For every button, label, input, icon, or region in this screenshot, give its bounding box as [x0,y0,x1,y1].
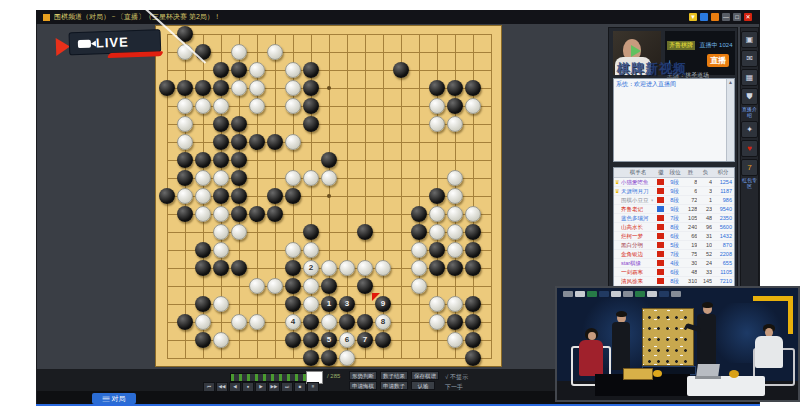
white-stone: 8 [375,314,391,330]
white-stone [411,278,427,294]
player-rank: 9段 [667,206,683,213]
losses: 10 [697,242,712,248]
flag-badge [655,269,667,275]
black-stone [231,116,247,132]
commentator-left-body [612,322,630,370]
flag-badge [655,206,667,212]
wins: 48 [682,269,697,275]
black-stone [177,152,193,168]
points: 1254 [712,179,734,185]
grid-icon[interactable]: ▦ [741,69,758,86]
white-stone [213,224,229,240]
page: 围棋频道（对局）－〔直播〕（三星杯决赛 第2局）！ ▼—□✕ 213948567… [0,0,800,410]
player-rank: 5段 [667,242,683,249]
black-stone [429,188,445,204]
table-row[interactable]: 围棋小豆豆 ♀8段721986 [614,196,734,205]
play-icon[interactable] [631,45,641,57]
black-stone [285,188,301,204]
table-row[interactable]: 金角银边7段75522208 [614,250,734,259]
player-name[interactable]: 围棋小豆豆 ♀ [621,197,655,204]
table-row[interactable]: 山高水长8段240965600 [614,223,734,232]
window-controls: ▼—□✕ [689,13,752,21]
black-stone [195,296,211,312]
white-stone [321,260,337,276]
guest-right-shirt [755,336,783,368]
losses: 4 [697,179,712,185]
black-stone [195,80,211,96]
points: 655 [712,260,734,266]
guest-left-face [588,332,596,340]
black-stone [321,350,337,366]
score-chip [635,291,645,297]
player-name[interactable]: 小猫爱吃鱼 [621,179,655,186]
black-stone [357,224,373,240]
white-stone [213,98,229,114]
losses: 33 [697,269,712,275]
white-stone [447,170,463,186]
losses: 3 [697,188,712,194]
losses: 48 [697,215,712,221]
white-stone [447,116,463,132]
black-stone [267,206,283,222]
wins: 66 [682,233,697,239]
white-stone: 6 [339,332,355,348]
close-button[interactable]: ✕ [744,13,752,21]
table-row[interactable]: ♛天涯明月刀9段631187 [614,187,734,196]
white-stone [429,224,445,240]
black-stone: 7 [357,332,373,348]
black-stone [303,80,319,96]
white-stone [303,170,319,186]
laptop-base [695,376,721,379]
chat-message: 系统：欢迎进入直播间 [614,79,734,90]
yellow-frame [788,296,793,334]
move-number: 4 [291,318,295,326]
points: 2350 [712,215,734,221]
white-stone [213,296,229,312]
black-stone [447,80,463,96]
game-tab[interactable]: ▤ 对局 [92,393,136,404]
resign-button[interactable]: 认输 [411,381,435,390]
table-row[interactable]: 齐鲁老记9段128239540 [614,205,734,214]
player-rank: 4段 [667,260,683,267]
crown-icon: ♛ [614,179,621,185]
white-stone [357,260,373,276]
black-stone [465,296,481,312]
white-stone [285,80,301,96]
star-icon[interactable]: ✦ [741,121,758,138]
black-stone [465,80,481,96]
black-stone [267,188,283,204]
white-stone [213,332,229,348]
white-stone [303,278,319,294]
white-stone [285,134,301,150]
white-stone [249,314,265,330]
table-row[interactable]: 一剑霜寒6段48331105 [614,268,734,277]
player-name[interactable]: 黑白分明 [621,242,655,249]
flag-badge [655,197,667,203]
white-stone [285,62,301,78]
black-stone [303,224,319,240]
black-stone [303,314,319,330]
score-strip [563,291,681,297]
black-stone [465,242,481,258]
white-stone [447,224,463,240]
white-stone [429,296,445,312]
star-point [327,194,331,198]
window-bottom-edge [36,404,760,406]
live-badge: LIVE [56,29,167,63]
star-point [327,86,331,90]
score-chip [575,291,585,297]
white-stone [267,278,283,294]
white-stone [177,98,193,114]
white-stone [285,98,301,114]
move-number: 3 [345,300,349,308]
table-row[interactable]: 烂柯一梦6段66311432 [614,232,734,241]
black-stone [465,332,481,348]
white-stone [339,260,355,276]
menu-arrow-button[interactable]: ▼ [689,13,697,21]
white-stone [249,62,265,78]
move-slider[interactable] [230,373,308,382]
wins: 105 [682,215,697,221]
black-stone: 5 [321,332,337,348]
black-stone [231,260,247,276]
black-stone: 9 [375,296,391,312]
points: 1432 [712,233,734,239]
count-request-button[interactable]: 申请数子 [380,381,408,390]
go-board[interactable]: 213948567 [155,25,502,367]
black-stone [231,152,247,168]
losses: 23 [697,206,712,212]
wins: 6 [682,188,697,194]
black-stone [375,332,391,348]
move-number: 7 [363,336,367,344]
player-name[interactable]: 一剑霜寒 [621,269,655,276]
white-stone [303,296,319,312]
wins: 72 [682,197,697,203]
score-chip [659,291,669,297]
white-stone: 4 [285,314,301,330]
black-stone [429,260,445,276]
black-stone [213,188,229,204]
player-name[interactable]: 天涯明月刀 [621,188,655,195]
table-row[interactable]: ♛小猫爱吃鱼9段841254 [614,178,734,187]
wins: 30 [682,260,697,266]
score-chip [647,291,657,297]
black-stone [393,62,409,78]
losses: 1 [697,197,712,203]
score-chip [587,291,597,297]
player-rank: 7段 [667,215,683,222]
black-stone [411,206,427,222]
seven-icon[interactable]: 7 [741,159,758,176]
score-chip [671,291,681,297]
settings-button[interactable] [700,13,708,21]
black-stone [159,188,175,204]
black-stone [429,242,445,258]
player-name[interactable]: star棋缘 [621,260,655,267]
white-stone [429,98,445,114]
black-stone [177,314,193,330]
black-stone [231,206,247,222]
move-number: 2 [309,264,313,272]
points: 7210 [712,278,734,284]
black-stone [303,116,319,132]
app-icon [43,14,50,21]
score-chip [563,291,573,297]
commentator-left-hair [616,311,627,317]
player-rank: 8段 [667,197,683,204]
black-stone [195,242,211,258]
black-stone [285,260,301,276]
chat-box[interactable]: 系统：欢迎进入直播间 [613,78,735,162]
white-stone [249,98,265,114]
player-rank: 8段 [667,224,683,231]
black-stone [213,152,229,168]
black-stone [267,134,283,150]
wins: 19 [682,242,697,248]
white-stone [411,242,427,258]
white-stone [429,314,445,330]
losses: 52 [697,251,712,257]
player-rank: 9段 [667,188,683,195]
black-stone [159,80,175,96]
black-stone [285,278,301,294]
white-stone [177,134,193,150]
wins: 75 [682,251,697,257]
white-stone [231,314,247,330]
white-stone [375,260,391,276]
player-name[interactable]: 齐鲁老记 [621,206,655,213]
white-stone [321,314,337,330]
points: 5600 [712,224,734,230]
move-number: 5 [327,336,331,344]
player-name[interactable]: 烂柯一梦 [621,233,655,240]
white-stone [447,332,463,348]
black-stone [177,206,193,222]
white-table [687,376,765,396]
black-stone [303,350,319,366]
white-stone [285,242,301,258]
live-label: LIVE [96,34,129,50]
go-bowl [653,370,662,377]
player-rank: 7段 [667,251,683,258]
maximize-button[interactable]: □ [733,13,741,21]
player-name[interactable]: 山高水长 [621,224,655,231]
table-goban [623,368,653,380]
table-row[interactable]: star棋缘4段3024655 [614,259,734,268]
black-stone [465,314,481,330]
black-stone [195,152,211,168]
no-prompt-note[interactable]: √ 不提示 [445,373,468,382]
black-stone [249,134,265,150]
player-name[interactable]: 蓝色多瑙河 [621,215,655,222]
losses: 24 [697,260,712,266]
white-stone [195,170,211,186]
white-stone [177,188,193,204]
black-stone [213,62,229,78]
shield-icon-label: 直播介绍 [741,107,758,118]
red-underline [107,51,164,58]
table-row[interactable]: 黑白分明5段1910870 [614,241,734,250]
white-stone [339,350,355,366]
player-rank: 6段 [667,269,683,276]
last-move-marker [372,293,380,301]
white-stone [447,242,463,258]
black-stone [231,188,247,204]
black-stone [447,260,463,276]
white-stone [447,206,463,222]
commentator-right-hair [702,302,713,308]
black-stone [465,260,481,276]
black-stone [285,332,301,348]
white-stone: 2 [303,260,319,276]
black-stone [357,278,373,294]
white-stone [429,116,445,132]
losses: 96 [697,224,712,230]
save-kifu-button[interactable]: 保存棋谱 [411,371,439,380]
black-stone [213,116,229,132]
move-number: 9 [381,300,385,308]
white-stone [249,80,265,96]
white-stone [267,44,283,60]
black-stone [285,296,301,312]
guest-left-red-dress [579,340,603,376]
undo-request-button[interactable]: 申请悔棋 [349,381,377,390]
room-icon[interactable]: ▣ [741,31,758,48]
camera-icon [78,39,91,47]
chat-scrollbar[interactable] [726,79,734,161]
player-name[interactable]: 金角银边 [621,251,655,258]
table-row[interactable]: 清风徐来8段3101457210 [614,277,734,286]
points: 2208 [712,251,734,257]
black-stone [177,80,193,96]
losses: 145 [697,278,712,284]
heart-icon[interactable]: ♥ [741,140,758,157]
black-stone: 1 [321,296,337,312]
points: 986 [712,197,734,203]
player-name[interactable]: 清风徐来 [621,278,655,285]
player-rank: 8段 [667,278,683,285]
mail-icon[interactable]: ✉ [741,50,758,67]
points: 9540 [712,206,734,212]
flag-badge [655,242,667,248]
move-counter: / 285 [327,373,340,379]
losses: 31 [697,233,712,239]
black-stone [465,350,481,366]
black-stone [195,332,211,348]
white-stone [195,314,211,330]
black-stone [447,314,463,330]
wins: 8 [682,179,697,185]
white-stone [195,206,211,222]
black-stone [321,152,337,168]
flag-badge [655,233,667,239]
black-stone [303,332,319,348]
black-stone [447,98,463,114]
white-stone [303,242,319,258]
white-stone [231,80,247,96]
white-stone [429,206,445,222]
black-stone [321,278,337,294]
demo-board [642,308,694,366]
move-number: 8 [381,318,385,326]
points: 1105 [712,269,734,275]
wins: 240 [682,224,697,230]
theme-button[interactable] [711,13,719,21]
commentator-right-body [697,314,716,370]
white-stone [447,296,463,312]
go-bowl [729,370,739,378]
black-stone [213,134,229,150]
white-stone [213,242,229,258]
white-stone [177,116,193,132]
white-stone [321,170,337,186]
black-stone [303,62,319,78]
black-stone [231,134,247,150]
flag-badge [655,251,667,257]
wins: 128 [682,206,697,212]
white-stone [213,170,229,186]
black-stone [195,260,211,276]
title-bar[interactable]: 围棋频道（对局）－〔直播〕（三星杯决赛 第2局）！ ▼—□✕ [36,10,760,24]
watermark-text: 棋牌新视频 [617,60,735,78]
black-stone [231,170,247,186]
black-stone [339,314,355,330]
score-chip [599,291,609,297]
black-stone [249,206,265,222]
white-stone [195,188,211,204]
black-stone [411,224,427,240]
studio-video-panel[interactable] [555,286,800,402]
judge-button[interactable]: 形势判断 [349,371,377,380]
flag-badge [655,224,667,230]
white-stone [411,260,427,276]
flag-badge [655,188,667,194]
points: 1187 [712,188,734,194]
black-stone [357,314,373,330]
white-stone [447,188,463,204]
minimize-button[interactable]: — [722,13,730,21]
count-button[interactable]: 数子结果 [380,371,408,380]
black-stone [303,98,319,114]
yellow-frame [753,296,793,301]
table-row[interactable]: 蓝色多瑙河7段105482350 [614,214,734,223]
points: 870 [712,242,734,248]
window-title: 围棋频道（对局）－〔直播〕（三星杯决赛 第2局）！ [54,12,221,22]
flag-badge [655,278,667,284]
flag-badge [655,179,667,185]
wins: 310 [682,278,697,284]
black-stone [213,260,229,276]
shield-icon[interactable]: ⛊ [741,88,758,105]
white-stone [465,206,481,222]
player-rank: 9段 [667,179,683,186]
score-chip [611,291,621,297]
white-stone [285,170,301,186]
flag-badge [655,215,667,221]
white-stone [213,206,229,222]
black-stone [231,62,247,78]
flag-badge [655,260,667,266]
move-number: 6 [345,336,349,344]
crown-icon: ♛ [614,188,621,194]
white-stone [231,44,247,60]
black-stone: 3 [339,296,355,312]
white-stone [231,224,247,240]
